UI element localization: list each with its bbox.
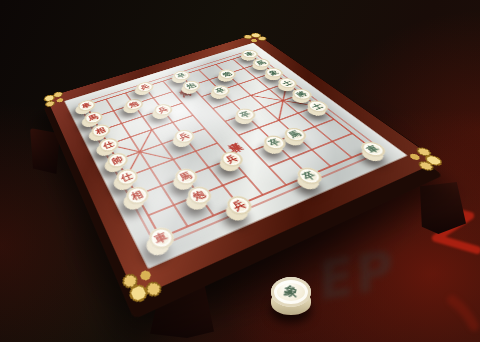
xiangqi-piece-green[interactable]: 卒	[208, 84, 232, 98]
board-cell: 兵	[168, 125, 201, 147]
board-cell: 兵	[213, 147, 250, 172]
photo-stage: EP	[0, 0, 480, 342]
board-foot	[30, 128, 60, 174]
xiangqi-piece-red[interactable]: 兵	[217, 149, 247, 169]
xiangqi-piece-red[interactable]: 相	[122, 184, 151, 207]
board-cell: 炮	[120, 95, 148, 113]
board-cell: 卒	[205, 82, 235, 99]
xiangqi-piece-red[interactable]: 炮	[183, 184, 214, 208]
piece-character: 象	[283, 283, 300, 301]
xiangqi-piece-green[interactable]: 炮	[180, 79, 203, 92]
piece-top-face: 象	[271, 277, 311, 307]
xiangqi-piece-green[interactable]: 卒	[292, 165, 325, 187]
xiangqi-piece-red[interactable]: 兵	[134, 80, 156, 93]
board-cell: 兵	[148, 100, 178, 119]
xiangqi-piece-red[interactable]: 兵	[151, 102, 175, 117]
xiangqi-piece-red[interactable]: 炮	[122, 97, 145, 112]
xiangqi-piece-red[interactable]: 兵	[171, 128, 197, 146]
captured-piece-on-table[interactable]: 象	[268, 277, 314, 317]
xiangqi-piece-green[interactable]: 卒	[232, 106, 259, 122]
xiangqi-piece-red[interactable]: 兵	[222, 193, 255, 218]
board-cell: 卒	[229, 105, 262, 125]
board-cell: 炮	[213, 66, 242, 82]
xiangqi-piece-green[interactable]: 炮	[215, 68, 238, 81]
